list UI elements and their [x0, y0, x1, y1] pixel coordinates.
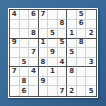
- cell-r4c4[interactable]: 1: [39, 39, 49, 49]
- cell-r6c7[interactable]: [67, 58, 77, 68]
- cell-r4c7[interactable]: [67, 39, 77, 49]
- cell-r7c9[interactable]: [86, 67, 96, 77]
- cell-r2c7[interactable]: [67, 20, 77, 30]
- cell-r5c9[interactable]: [86, 48, 96, 58]
- cell-r9c1[interactable]: [10, 86, 20, 96]
- cell-r7c3[interactable]: 4: [29, 67, 39, 77]
- cell-r9c2[interactable]: 6: [20, 86, 30, 96]
- cell-r5c4[interactable]: [39, 48, 49, 58]
- cell-r5c1[interactable]: [10, 48, 20, 58]
- cell-r5c7[interactable]: 5: [67, 48, 77, 58]
- cell-r9c3[interactable]: [29, 86, 39, 96]
- cell-r5c3[interactable]: 7: [29, 48, 39, 58]
- cell-r5c5[interactable]: 9: [48, 48, 58, 58]
- cell-r2c6[interactable]: 8: [58, 20, 68, 30]
- cell-r8c6[interactable]: [58, 77, 68, 87]
- sudoku-grid: 4675868512915879558437418896725: [9, 9, 97, 97]
- cell-r2c2[interactable]: [20, 20, 30, 30]
- cell-r2c9[interactable]: [86, 20, 96, 30]
- cell-r4c9[interactable]: [86, 39, 96, 49]
- cell-r7c5[interactable]: 1: [48, 67, 58, 77]
- cell-r3c8[interactable]: [77, 29, 87, 39]
- cell-r1c6[interactable]: [58, 10, 68, 20]
- cell-r9c9[interactable]: 5: [86, 86, 96, 96]
- cell-r3c1[interactable]: [10, 29, 20, 39]
- cell-r7c4[interactable]: [39, 67, 49, 77]
- cell-r3c6[interactable]: [58, 29, 68, 39]
- cell-r6c2[interactable]: 5: [20, 58, 30, 68]
- app-background: 4675868512915879558437418896725: [0, 0, 106, 106]
- cell-r9c8[interactable]: [77, 86, 87, 96]
- cell-r8c2[interactable]: 8: [20, 77, 30, 87]
- cell-r4c6[interactable]: 5: [58, 39, 68, 49]
- cell-r2c4[interactable]: [39, 20, 49, 30]
- cell-r8c9[interactable]: [86, 77, 96, 87]
- cell-r8c5[interactable]: [48, 77, 58, 87]
- cell-r4c1[interactable]: 9: [10, 39, 20, 49]
- cell-r5c2[interactable]: [20, 48, 30, 58]
- cell-r6c3[interactable]: [29, 58, 39, 68]
- cell-r7c6[interactable]: [58, 67, 68, 77]
- cell-r7c2[interactable]: [20, 67, 30, 77]
- cell-r2c1[interactable]: [10, 20, 20, 30]
- cell-r3c7[interactable]: 1: [67, 29, 77, 39]
- cell-r3c2[interactable]: [20, 29, 30, 39]
- cell-r9c5[interactable]: [48, 86, 58, 96]
- cell-r6c9[interactable]: 3: [86, 58, 96, 68]
- cell-r6c1[interactable]: [10, 58, 20, 68]
- cell-r6c8[interactable]: [77, 58, 87, 68]
- cell-r8c1[interactable]: [10, 77, 20, 87]
- cell-r2c8[interactable]: 6: [77, 20, 87, 30]
- cell-r1c1[interactable]: 4: [10, 10, 20, 20]
- cell-r9c4[interactable]: [39, 86, 49, 96]
- cell-r1c8[interactable]: 5: [77, 10, 87, 20]
- cell-r8c3[interactable]: [29, 77, 39, 87]
- cell-r7c8[interactable]: [77, 67, 87, 77]
- cell-r8c4[interactable]: 9: [39, 77, 49, 87]
- cell-r3c4[interactable]: [39, 29, 49, 39]
- cell-r5c8[interactable]: [77, 48, 87, 58]
- cell-r3c9[interactable]: 2: [86, 29, 96, 39]
- cell-r6c4[interactable]: 8: [39, 58, 49, 68]
- cell-r3c5[interactable]: 5: [48, 29, 58, 39]
- sudoku-board: 4675868512915879558437418896725: [8, 8, 98, 98]
- cell-r2c3[interactable]: [29, 20, 39, 30]
- cell-r6c6[interactable]: 4: [58, 58, 68, 68]
- cell-r1c7[interactable]: [67, 10, 77, 20]
- cell-r1c5[interactable]: [48, 10, 58, 20]
- cell-r4c3[interactable]: [29, 39, 39, 49]
- cell-r9c6[interactable]: 7: [58, 86, 68, 96]
- cell-r4c2[interactable]: [20, 39, 30, 49]
- cell-r4c8[interactable]: 8: [77, 39, 87, 49]
- cell-r6c5[interactable]: [48, 58, 58, 68]
- cell-r8c7[interactable]: [67, 77, 77, 87]
- cell-r7c7[interactable]: 8: [67, 67, 77, 77]
- cell-r2c5[interactable]: [48, 20, 58, 30]
- cell-r3c3[interactable]: 8: [29, 29, 39, 39]
- cell-r1c3[interactable]: 6: [29, 10, 39, 20]
- cell-r1c2[interactable]: [20, 10, 30, 20]
- cell-r9c7[interactable]: 2: [67, 86, 77, 96]
- cell-r1c4[interactable]: 7: [39, 10, 49, 20]
- cell-r7c1[interactable]: 7: [10, 67, 20, 77]
- cell-r5c6[interactable]: [58, 48, 68, 58]
- cell-r4c5[interactable]: [48, 39, 58, 49]
- cell-r8c8[interactable]: [77, 77, 87, 87]
- cell-r1c9[interactable]: [86, 10, 96, 20]
